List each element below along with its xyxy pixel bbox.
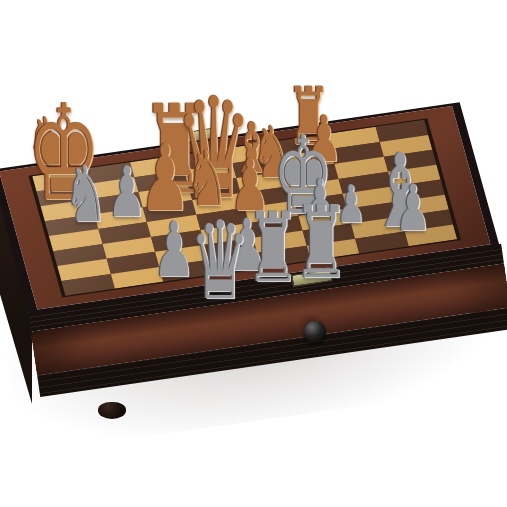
chess-set-photo: ♜♟♞♝♞♜♛♚♞♟♟♚♟♟♞♟♝♟♟♟♜♜♛ — [0, 0, 507, 507]
front-left-foot — [98, 402, 126, 419]
drawer-knob — [304, 321, 326, 343]
